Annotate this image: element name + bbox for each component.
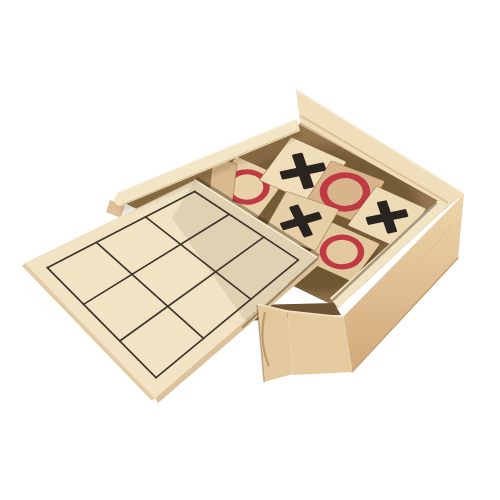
product-photo-tic-tac-toe-box xyxy=(0,0,500,500)
rail-end-cap xyxy=(114,194,126,206)
scene-canvas xyxy=(0,0,500,500)
